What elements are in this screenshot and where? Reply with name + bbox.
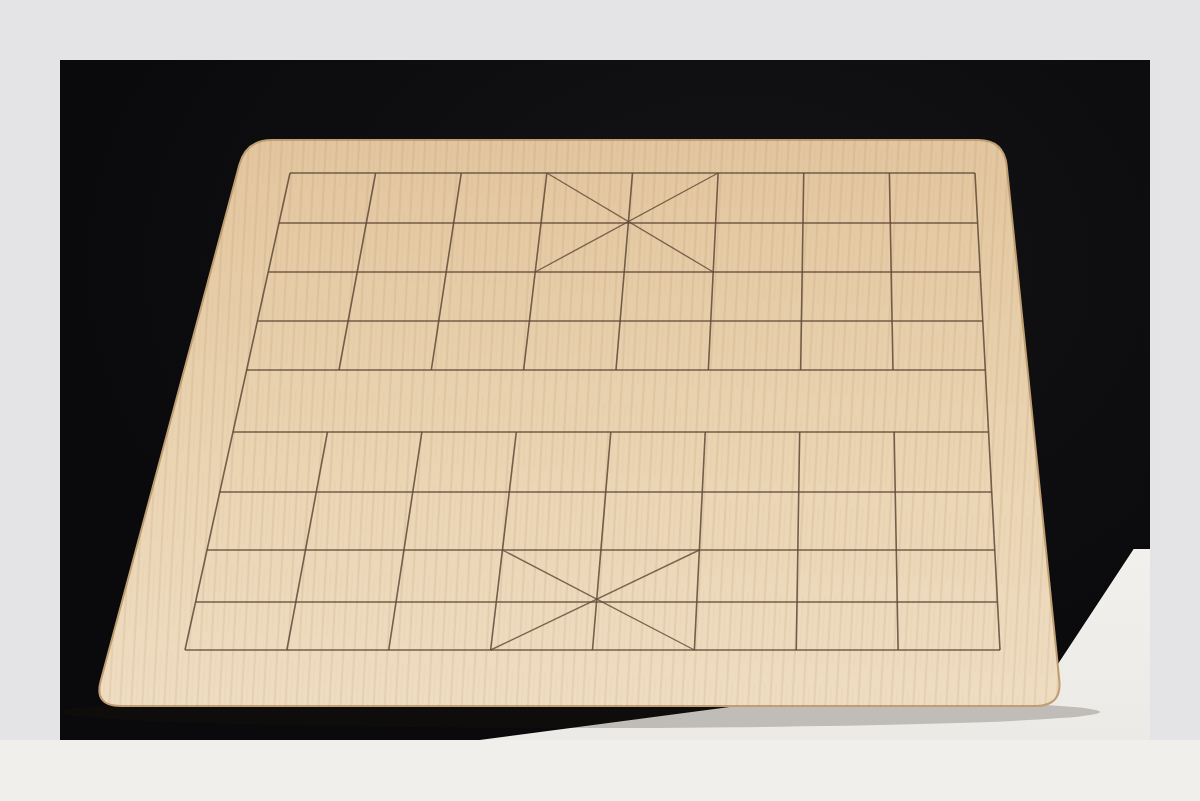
board-grain — [99, 140, 1059, 706]
xiangqi-board — [0, 0, 1200, 801]
stock-photo-xiangqi-vs-chess — [0, 0, 1200, 801]
